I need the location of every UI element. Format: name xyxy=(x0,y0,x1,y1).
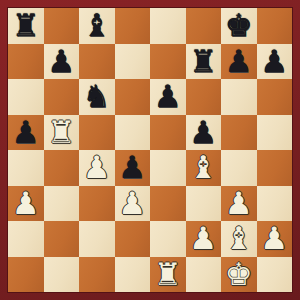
chess-board: ♜♝♚♟♜♟♟♞♟♟♜♟♟♟♝♟♟♟♟♝♟♜♚ xyxy=(8,8,292,292)
black-pawn: ♟ xyxy=(12,115,40,151)
black-bishop: ♝ xyxy=(83,8,111,44)
square-g3[interactable]: ♟ xyxy=(221,186,257,222)
square-h6[interactable] xyxy=(257,79,293,115)
square-e5[interactable] xyxy=(150,115,186,151)
square-h4[interactable] xyxy=(257,150,293,186)
square-a3[interactable]: ♟ xyxy=(8,186,44,222)
square-a8[interactable]: ♜ xyxy=(8,8,44,44)
square-e7[interactable] xyxy=(150,44,186,80)
square-e4[interactable] xyxy=(150,150,186,186)
black-pawn: ♟ xyxy=(260,44,288,80)
square-d5[interactable] xyxy=(115,115,151,151)
black-pawn: ♟ xyxy=(118,150,146,186)
square-c8[interactable]: ♝ xyxy=(79,8,115,44)
square-f4[interactable]: ♝ xyxy=(186,150,222,186)
square-h5[interactable] xyxy=(257,115,293,151)
square-c5[interactable] xyxy=(79,115,115,151)
square-h2[interactable]: ♟ xyxy=(257,221,293,257)
square-a1[interactable] xyxy=(8,257,44,293)
black-pawn: ♟ xyxy=(154,79,182,115)
square-d2[interactable] xyxy=(115,221,151,257)
square-f7[interactable]: ♜ xyxy=(186,44,222,80)
square-g8[interactable]: ♚ xyxy=(221,8,257,44)
black-pawn: ♟ xyxy=(47,44,75,80)
square-b3[interactable] xyxy=(44,186,80,222)
square-h8[interactable] xyxy=(257,8,293,44)
square-b1[interactable] xyxy=(44,257,80,293)
square-c7[interactable] xyxy=(79,44,115,80)
square-h1[interactable] xyxy=(257,257,293,293)
square-a4[interactable] xyxy=(8,150,44,186)
square-d6[interactable] xyxy=(115,79,151,115)
white-bishop: ♝ xyxy=(189,150,217,186)
white-pawn: ♟ xyxy=(189,221,217,257)
square-e2[interactable] xyxy=(150,221,186,257)
white-pawn: ♟ xyxy=(83,150,111,186)
square-b7[interactable]: ♟ xyxy=(44,44,80,80)
black-rook: ♜ xyxy=(12,8,40,44)
square-g2[interactable]: ♝ xyxy=(221,221,257,257)
square-e3[interactable] xyxy=(150,186,186,222)
square-d3[interactable]: ♟ xyxy=(115,186,151,222)
square-d8[interactable] xyxy=(115,8,151,44)
square-f5[interactable]: ♟ xyxy=(186,115,222,151)
square-b6[interactable] xyxy=(44,79,80,115)
white-rook: ♜ xyxy=(47,115,75,151)
square-e6[interactable]: ♟ xyxy=(150,79,186,115)
white-pawn: ♟ xyxy=(225,186,253,222)
white-king: ♚ xyxy=(225,257,253,293)
square-a7[interactable] xyxy=(8,44,44,80)
white-rook: ♜ xyxy=(154,257,182,293)
square-f1[interactable] xyxy=(186,257,222,293)
square-d7[interactable] xyxy=(115,44,151,80)
square-g5[interactable] xyxy=(221,115,257,151)
square-c3[interactable] xyxy=(79,186,115,222)
square-a6[interactable] xyxy=(8,79,44,115)
square-h7[interactable]: ♟ xyxy=(257,44,293,80)
square-g6[interactable] xyxy=(221,79,257,115)
white-bishop: ♝ xyxy=(225,221,253,257)
square-a2[interactable] xyxy=(8,221,44,257)
square-f2[interactable]: ♟ xyxy=(186,221,222,257)
black-pawn: ♟ xyxy=(225,44,253,80)
square-b5[interactable]: ♜ xyxy=(44,115,80,151)
square-c4[interactable]: ♟ xyxy=(79,150,115,186)
black-knight: ♞ xyxy=(83,79,111,115)
square-f3[interactable] xyxy=(186,186,222,222)
square-f6[interactable] xyxy=(186,79,222,115)
square-g4[interactable] xyxy=(221,150,257,186)
white-pawn: ♟ xyxy=(118,186,146,222)
square-b8[interactable] xyxy=(44,8,80,44)
square-c2[interactable] xyxy=(79,221,115,257)
square-e8[interactable] xyxy=(150,8,186,44)
square-g1[interactable]: ♚ xyxy=(221,257,257,293)
board-frame: ♜♝♚♟♜♟♟♞♟♟♜♟♟♟♝♟♟♟♟♝♟♜♚ xyxy=(0,0,300,300)
black-king: ♚ xyxy=(225,8,253,44)
square-e1[interactable]: ♜ xyxy=(150,257,186,293)
black-pawn: ♟ xyxy=(189,115,217,151)
square-c6[interactable]: ♞ xyxy=(79,79,115,115)
square-b2[interactable] xyxy=(44,221,80,257)
square-g7[interactable]: ♟ xyxy=(221,44,257,80)
square-c1[interactable] xyxy=(79,257,115,293)
square-b4[interactable] xyxy=(44,150,80,186)
white-pawn: ♟ xyxy=(260,221,288,257)
square-d4[interactable]: ♟ xyxy=(115,150,151,186)
square-d1[interactable] xyxy=(115,257,151,293)
black-rook: ♜ xyxy=(189,44,217,80)
white-pawn: ♟ xyxy=(12,186,40,222)
square-a5[interactable]: ♟ xyxy=(8,115,44,151)
square-f8[interactable] xyxy=(186,8,222,44)
square-h3[interactable] xyxy=(257,186,293,222)
